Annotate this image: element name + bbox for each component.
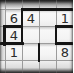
sudoku-board: 6 4 1 4 1 8 (0, 0, 73, 73)
cell-r2c4[interactable] (57, 27, 73, 43)
region-border-box2-top (55, 25, 74, 28)
region-border-top-horizontal (21, 8, 74, 11)
cell-r1c3[interactable] (40, 10, 56, 26)
cell-r4c3-partial (40, 61, 56, 73)
cell-r1c2[interactable]: 4 (23, 10, 39, 26)
region-border-box1-top (3, 25, 23, 28)
cell-r3c4[interactable]: 8 (57, 44, 73, 60)
sudoku-thumbnail-crop: 6 4 1 4 1 8 (0, 0, 73, 73)
cell-r3c3[interactable] (40, 44, 56, 60)
cell-r4c1-partial (6, 61, 22, 73)
cell-r2c2[interactable] (23, 27, 39, 43)
cell-r1c0-partial (0, 10, 5, 26)
cell-r3c0-partial (0, 44, 5, 60)
cell-r0c1-partial (6, 0, 22, 9)
cell-r3c2[interactable] (23, 44, 39, 60)
cell-r4c0-partial (0, 61, 5, 73)
cell-r4c4-partial (57, 61, 73, 73)
cell-r0c0-partial (0, 0, 5, 9)
cell-r1c1[interactable]: 6 (6, 10, 22, 26)
cell-r4c2-partial (23, 61, 39, 73)
region-border-box2-bottom (55, 42, 74, 45)
region-border-box1-bottom (0, 42, 24, 45)
cell-r2c1[interactable]: 4 (6, 27, 22, 43)
cell-r2c3[interactable] (40, 27, 56, 43)
region-border-row3-vertical (38, 43, 41, 62)
cell-r3c1[interactable]: 1 (6, 44, 22, 60)
cell-r1c4[interactable]: 1 (57, 10, 73, 26)
